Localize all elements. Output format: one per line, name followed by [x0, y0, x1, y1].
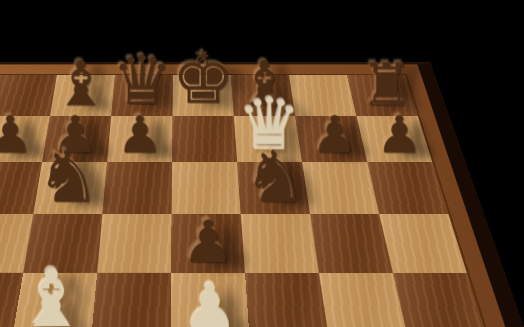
piece-white-pawn-e4[interactable]: ♟: [182, 275, 238, 327]
square-g6[interactable]: [302, 162, 379, 214]
chess-scene: ♜♝♛♚♝♜♟♟♟♟♛♟♟♞♞♟♝♟♟♟♟♟♟♟♟♜♞♝♚♞♜: [0, 0, 524, 327]
square-h4[interactable]: [393, 273, 488, 327]
piece-black-knight-c6[interactable]: ♞: [36, 141, 100, 212]
square-h7[interactable]: ♟: [357, 116, 433, 162]
piece-black-pawn-b7[interactable]: ♟: [0, 109, 33, 160]
piece-white-bishop-c4[interactable]: ♝: [16, 259, 87, 327]
square-e8[interactable]: ♚: [173, 75, 234, 116]
square-d6[interactable]: [102, 162, 172, 214]
piece-black-knight-f6[interactable]: ♞: [243, 141, 307, 212]
piece-black-king-e8[interactable]: ♚: [172, 45, 234, 115]
square-c4[interactable]: ♝: [12, 273, 97, 327]
square-f6[interactable]: ♞: [237, 162, 310, 214]
square-e5[interactable]: ♟: [171, 214, 245, 273]
square-f4[interactable]: [245, 273, 329, 327]
square-f5[interactable]: [241, 214, 319, 273]
chess-board: ♜♝♛♚♝♜♟♟♟♟♛♟♟♞♞♟♝♟♟♟♟♟♟♟♟♜♞♝♚♞♜: [0, 75, 524, 327]
square-d4[interactable]: [91, 273, 171, 327]
perspective-camera: ♜♝♛♚♝♜♟♟♟♟♛♟♟♞♞♟♝♟♟♟♟♟♟♟♟♜♞♝♚♞♜: [0, 0, 524, 327]
square-d7[interactable]: ♟: [107, 116, 172, 162]
square-e7[interactable]: [172, 116, 237, 162]
square-e4[interactable]: ♟: [170, 273, 249, 327]
piece-black-pawn-e5[interactable]: ♟: [182, 212, 234, 270]
piece-black-pawn-h7[interactable]: ♟: [376, 109, 422, 160]
square-d5[interactable]: [97, 214, 172, 273]
piece-black-pawn-g7[interactable]: ♟: [311, 109, 357, 160]
square-c6[interactable]: ♞: [33, 162, 107, 214]
square-h6[interactable]: [367, 162, 448, 214]
square-h5[interactable]: [379, 214, 467, 273]
board-rim: ♜♝♛♚♝♜♟♟♟♟♛♟♟♞♞♟♝♟♟♟♟♟♟♟♟♜♞♝♚♞♜: [0, 62, 524, 327]
square-e6[interactable]: [172, 162, 241, 214]
piece-black-pawn-d7[interactable]: ♟: [117, 109, 163, 160]
